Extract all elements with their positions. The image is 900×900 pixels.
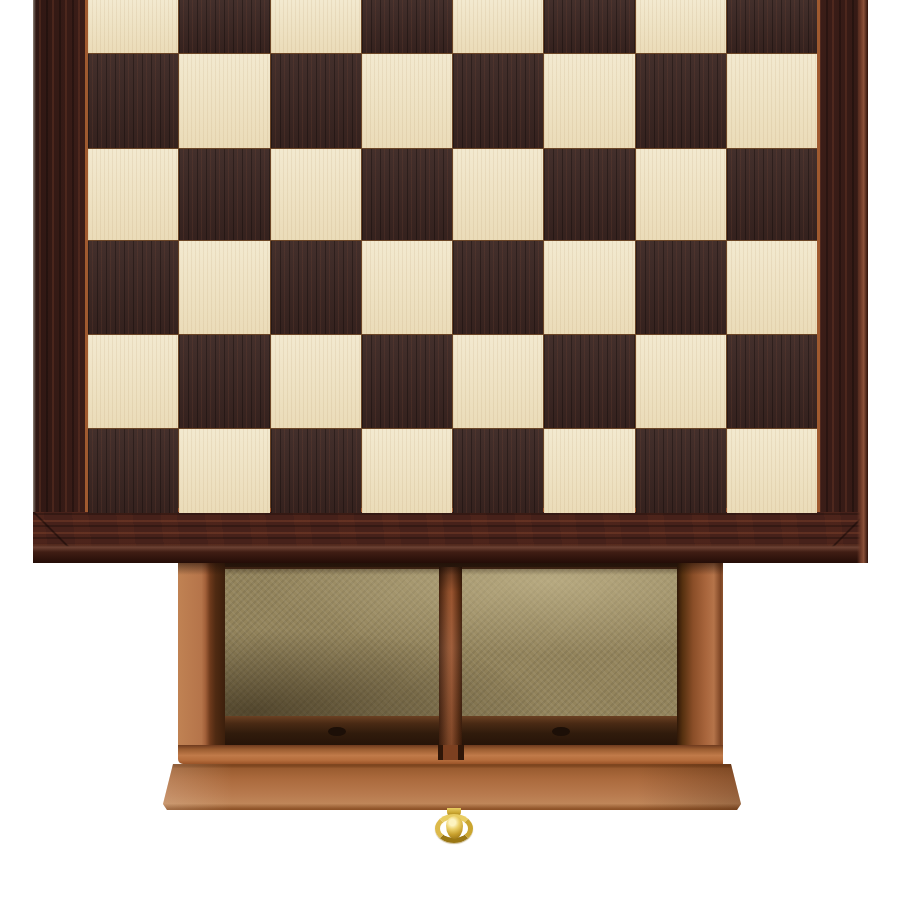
square-r4c3[interactable] <box>362 335 452 428</box>
square-r1c3[interactable] <box>362 54 452 148</box>
square-r4c7[interactable] <box>727 335 817 428</box>
square-r3c3[interactable] <box>362 241 452 334</box>
square-r4c1[interactable] <box>179 335 269 428</box>
board-right-bevel <box>857 0 868 563</box>
drawer-base-molding <box>163 764 741 810</box>
square-r0c0[interactable] <box>88 0 178 53</box>
square-r1c6[interactable] <box>636 54 726 148</box>
square-r0c5[interactable] <box>544 0 634 53</box>
square-r5c6[interactable] <box>636 429 726 513</box>
board-inlay-border <box>85 0 820 512</box>
board-field <box>88 0 817 508</box>
drawer-floor-hole-right <box>552 727 570 736</box>
square-r0c6[interactable] <box>636 0 726 53</box>
square-r2c1[interactable] <box>179 149 269 240</box>
drawer-right-wall <box>677 563 723 745</box>
square-r5c1[interactable] <box>179 429 269 513</box>
square-r0c4[interactable] <box>453 0 543 53</box>
square-r0c1[interactable] <box>179 0 269 53</box>
square-r5c0[interactable] <box>88 429 178 513</box>
square-r4c0[interactable] <box>88 335 178 428</box>
square-r5c4[interactable] <box>453 429 543 513</box>
square-r0c2[interactable] <box>271 0 361 53</box>
square-r2c6[interactable] <box>636 149 726 240</box>
square-r5c7[interactable] <box>727 429 817 513</box>
square-r3c2[interactable] <box>271 241 361 334</box>
square-r2c2[interactable] <box>271 149 361 240</box>
square-r3c5[interactable] <box>544 241 634 334</box>
square-r3c6[interactable] <box>636 241 726 334</box>
square-r1c5[interactable] <box>544 54 634 148</box>
square-r5c2[interactable] <box>271 429 361 513</box>
square-r4c6[interactable] <box>636 335 726 428</box>
square-r5c3[interactable] <box>362 429 452 513</box>
drawer-ring-pull[interactable] <box>426 806 482 848</box>
square-r1c1[interactable] <box>179 54 269 148</box>
chessboard <box>33 0 868 563</box>
divider-slot-notch <box>438 745 464 760</box>
chess-box-scene <box>0 0 900 900</box>
square-r2c7[interactable] <box>727 149 817 240</box>
square-r2c3[interactable] <box>362 149 452 240</box>
square-r4c2[interactable] <box>271 335 361 428</box>
board-bottom-bevel <box>33 543 868 563</box>
square-r1c2[interactable] <box>271 54 361 148</box>
square-r1c7[interactable] <box>727 54 817 148</box>
square-r2c0[interactable] <box>88 149 178 240</box>
square-r3c1[interactable] <box>179 241 269 334</box>
square-r0c7[interactable] <box>727 0 817 53</box>
square-r3c7[interactable] <box>727 241 817 334</box>
square-r2c4[interactable] <box>453 149 543 240</box>
square-r3c0[interactable] <box>88 241 178 334</box>
drawer-floor-hole-left <box>328 727 346 736</box>
square-r5c5[interactable] <box>544 429 634 513</box>
square-r4c5[interactable] <box>544 335 634 428</box>
board-left-edge-highlight <box>33 0 36 555</box>
square-r4c4[interactable] <box>453 335 543 428</box>
square-r0c3[interactable] <box>362 0 452 53</box>
square-r3c4[interactable] <box>453 241 543 334</box>
drawer-left-wall <box>178 563 225 745</box>
square-r1c0[interactable] <box>88 54 178 148</box>
board-cast-shadow <box>178 563 723 575</box>
square-r2c5[interactable] <box>544 149 634 240</box>
square-r1c4[interactable] <box>453 54 543 148</box>
drawer-compartment-divider <box>439 567 462 746</box>
